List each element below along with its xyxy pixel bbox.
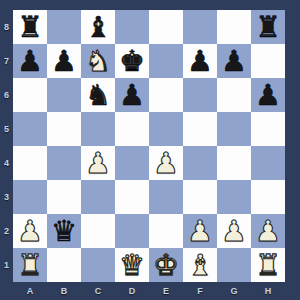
square-d7[interactable]: ♚ (115, 44, 149, 78)
file-labels: ABCDEFGH (13, 282, 285, 300)
rank-label-1: 1 (0, 248, 13, 282)
black-rook-icon[interactable]: ♜ (255, 10, 281, 44)
square-c3[interactable] (81, 180, 115, 214)
black-king-icon[interactable]: ♚ (119, 44, 145, 78)
file-label-h: H (251, 282, 285, 300)
black-queen-icon[interactable]: ♛ (51, 214, 77, 248)
square-h1[interactable]: ♜ (251, 248, 285, 282)
white-bishop-icon[interactable]: ♝ (187, 248, 213, 282)
square-g3[interactable] (217, 180, 251, 214)
square-f4[interactable] (183, 146, 217, 180)
square-c4[interactable]: ♟ (81, 146, 115, 180)
square-d2[interactable] (115, 214, 149, 248)
file-label-d: D (115, 282, 149, 300)
square-f7[interactable]: ♟ (183, 44, 217, 78)
rank-label-5: 5 (0, 112, 13, 146)
square-a7[interactable]: ♟ (13, 44, 47, 78)
black-pawn-icon[interactable]: ♟ (221, 44, 247, 78)
white-pawn-icon[interactable]: ♟ (221, 214, 247, 248)
square-g7[interactable]: ♟ (217, 44, 251, 78)
square-a4[interactable] (13, 146, 47, 180)
square-h2[interactable]: ♟ (251, 214, 285, 248)
rank-label-7: 7 (0, 44, 13, 78)
square-e5[interactable] (149, 112, 183, 146)
rank-label-4: 4 (0, 146, 13, 180)
square-d6[interactable]: ♟ (115, 78, 149, 112)
file-label-f: F (183, 282, 217, 300)
square-e2[interactable] (149, 214, 183, 248)
square-e8[interactable] (149, 10, 183, 44)
square-c2[interactable] (81, 214, 115, 248)
white-queen-icon[interactable]: ♛ (119, 248, 145, 282)
rank-label-2: 2 (0, 214, 13, 248)
square-b8[interactable] (47, 10, 81, 44)
square-f8[interactable] (183, 10, 217, 44)
square-a1[interactable]: ♜ (13, 248, 47, 282)
square-c8[interactable]: ♝ (81, 10, 115, 44)
square-b5[interactable] (47, 112, 81, 146)
square-c6[interactable]: ♞ (81, 78, 115, 112)
square-e1[interactable]: ♚ (149, 248, 183, 282)
square-a8[interactable]: ♜ (13, 10, 47, 44)
white-king-icon[interactable]: ♚ (153, 248, 179, 282)
white-pawn-icon[interactable]: ♟ (17, 214, 43, 248)
white-rook-icon[interactable]: ♜ (255, 248, 281, 282)
square-b3[interactable] (47, 180, 81, 214)
square-b6[interactable] (47, 78, 81, 112)
square-e7[interactable] (149, 44, 183, 78)
square-g1[interactable] (217, 248, 251, 282)
rank-label-3: 3 (0, 180, 13, 214)
white-pawn-icon[interactable]: ♟ (153, 146, 179, 180)
square-c1[interactable] (81, 248, 115, 282)
square-f6[interactable] (183, 78, 217, 112)
square-f3[interactable] (183, 180, 217, 214)
square-c5[interactable] (81, 112, 115, 146)
square-e4[interactable]: ♟ (149, 146, 183, 180)
square-a5[interactable] (13, 112, 47, 146)
chess-board: ♜♝♜♟♟♞♚♟♟♞♟♟♟♟♟♛♟♟♟♜♛♚♝♜ (13, 10, 285, 282)
square-g5[interactable] (217, 112, 251, 146)
square-f2[interactable]: ♟ (183, 214, 217, 248)
square-e3[interactable] (149, 180, 183, 214)
rank-label-6: 6 (0, 78, 13, 112)
square-e6[interactable] (149, 78, 183, 112)
square-h6[interactable]: ♟ (251, 78, 285, 112)
file-label-g: G (217, 282, 251, 300)
square-f1[interactable]: ♝ (183, 248, 217, 282)
square-a3[interactable] (13, 180, 47, 214)
square-b1[interactable] (47, 248, 81, 282)
black-pawn-icon[interactable]: ♟ (17, 44, 43, 78)
black-bishop-icon[interactable]: ♝ (85, 10, 111, 44)
square-b2[interactable]: ♛ (47, 214, 81, 248)
square-h5[interactable] (251, 112, 285, 146)
black-pawn-icon[interactable]: ♟ (187, 44, 213, 78)
square-h7[interactable] (251, 44, 285, 78)
square-d1[interactable]: ♛ (115, 248, 149, 282)
square-d3[interactable] (115, 180, 149, 214)
square-d5[interactable] (115, 112, 149, 146)
file-label-e: E (149, 282, 183, 300)
rank-label-8: 8 (0, 10, 13, 44)
square-d4[interactable] (115, 146, 149, 180)
white-pawn-icon[interactable]: ♟ (85, 146, 111, 180)
square-d8[interactable] (115, 10, 149, 44)
black-pawn-icon[interactable]: ♟ (119, 78, 145, 112)
rank-labels: 87654321 (0, 10, 13, 282)
square-g6[interactable] (217, 78, 251, 112)
square-h8[interactable]: ♜ (251, 10, 285, 44)
square-c7[interactable]: ♞ (81, 44, 115, 78)
chess-board-frame: 87654321 ♜♝♜♟♟♞♚♟♟♞♟♟♟♟♟♛♟♟♟♜♛♚♝♜ ABCDEF… (0, 0, 300, 300)
square-h4[interactable] (251, 146, 285, 180)
white-pawn-icon[interactable]: ♟ (187, 214, 213, 248)
file-label-b: B (47, 282, 81, 300)
square-g2[interactable]: ♟ (217, 214, 251, 248)
square-b7[interactable]: ♟ (47, 44, 81, 78)
square-a2[interactable]: ♟ (13, 214, 47, 248)
black-rook-icon[interactable]: ♜ (17, 10, 43, 44)
black-pawn-icon[interactable]: ♟ (255, 78, 281, 112)
square-f5[interactable] (183, 112, 217, 146)
white-pawn-icon[interactable]: ♟ (255, 214, 281, 248)
white-knight-icon[interactable]: ♞ (85, 44, 111, 78)
black-pawn-icon[interactable]: ♟ (51, 44, 77, 78)
file-label-c: C (81, 282, 115, 300)
black-knight-icon[interactable]: ♞ (85, 78, 111, 112)
white-rook-icon[interactable]: ♜ (17, 248, 43, 282)
square-g8[interactable] (217, 10, 251, 44)
square-g4[interactable] (217, 146, 251, 180)
file-label-a: A (13, 282, 47, 300)
square-b4[interactable] (47, 146, 81, 180)
square-a6[interactable] (13, 78, 47, 112)
square-h3[interactable] (251, 180, 285, 214)
